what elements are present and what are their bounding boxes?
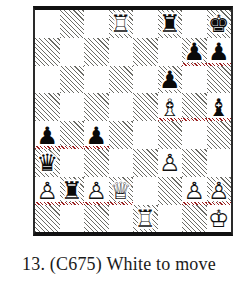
square-g1[interactable]	[182, 205, 207, 233]
square-a8[interactable]	[35, 10, 60, 38]
square-h5[interactable]: ♝	[207, 93, 232, 121]
piece-black-rook: ♜	[158, 10, 183, 38]
square-e6[interactable]	[133, 66, 158, 94]
square-f6[interactable]: ♟	[158, 66, 183, 94]
square-g3[interactable]	[182, 149, 207, 177]
square-c4[interactable]: ♟	[84, 121, 109, 149]
piece-black-king: ♚	[207, 10, 232, 38]
square-d1[interactable]	[109, 205, 134, 233]
square-h2[interactable]: ♟♙	[207, 177, 232, 205]
square-e5[interactable]	[133, 93, 158, 121]
square-d5[interactable]	[109, 93, 134, 121]
piece-black-queen: ♛	[35, 149, 60, 177]
square-d8[interactable]: ♜♖	[109, 10, 134, 38]
square-a1[interactable]	[35, 205, 60, 233]
piece-white-queen: ♕	[109, 177, 134, 205]
square-f2[interactable]	[158, 177, 183, 205]
square-g7[interactable]: ♟	[182, 38, 207, 66]
square-d6[interactable]	[109, 66, 134, 94]
chess-diagram-page: ♜♖♜♚♟♟♟♝♗♝♟♟♛♟♙♟♙♜♟♙♛♕♟♙♟♙♜♖♚♔ 13. (C675…	[0, 0, 238, 284]
square-b7[interactable]	[60, 38, 85, 66]
diagram-caption: 13. (C675) White to move	[0, 254, 238, 275]
piece-black-rook: ♜	[60, 177, 85, 205]
piece-black-pawn: ♟	[84, 121, 109, 149]
square-g4[interactable]	[182, 121, 207, 149]
piece-white-pawn: ♙	[35, 177, 60, 205]
piece-black-pawn: ♟	[158, 66, 183, 94]
square-a4[interactable]: ♟	[35, 121, 60, 149]
square-f8[interactable]: ♜	[158, 10, 183, 38]
square-f7[interactable]	[158, 38, 183, 66]
piece-white-rook: ♖	[133, 205, 158, 233]
piece-white-pawn: ♙	[182, 177, 207, 205]
square-g2[interactable]: ♟♙	[182, 177, 207, 205]
square-f4[interactable]	[158, 121, 183, 149]
square-b8[interactable]	[60, 10, 85, 38]
square-h6[interactable]	[207, 66, 232, 94]
square-g5[interactable]	[182, 93, 207, 121]
square-b1[interactable]	[60, 205, 85, 233]
square-f5[interactable]: ♝♗	[158, 93, 183, 121]
square-e3[interactable]	[133, 149, 158, 177]
chess-board-frame: ♜♖♜♚♟♟♟♝♗♝♟♟♛♟♙♟♙♜♟♙♛♕♟♙♟♙♜♖♚♔	[33, 6, 233, 236]
square-c2[interactable]: ♟♙	[84, 177, 109, 205]
square-b5[interactable]	[60, 93, 85, 121]
square-c1[interactable]	[84, 205, 109, 233]
square-b3[interactable]	[60, 149, 85, 177]
square-a6[interactable]	[35, 66, 60, 94]
square-a5[interactable]	[35, 93, 60, 121]
square-d4[interactable]	[109, 121, 134, 149]
piece-black-pawn: ♟	[35, 121, 60, 149]
square-c3[interactable]	[84, 149, 109, 177]
square-h8[interactable]: ♚	[207, 10, 232, 38]
square-h7[interactable]: ♟	[207, 38, 232, 66]
square-d3[interactable]	[109, 149, 134, 177]
square-c5[interactable]	[84, 93, 109, 121]
piece-white-king: ♔	[207, 205, 232, 233]
square-e2[interactable]	[133, 177, 158, 205]
square-c7[interactable]	[84, 38, 109, 66]
square-h4[interactable]	[207, 121, 232, 149]
square-b4[interactable]	[60, 121, 85, 149]
square-e7[interactable]	[133, 38, 158, 66]
chess-board: ♜♖♜♚♟♟♟♝♗♝♟♟♛♟♙♟♙♜♟♙♛♕♟♙♟♙♜♖♚♔	[35, 10, 231, 232]
piece-black-pawn: ♟	[207, 38, 232, 66]
piece-white-pawn: ♙	[84, 177, 109, 205]
square-f3[interactable]: ♟♙	[158, 149, 183, 177]
square-b2[interactable]: ♜	[60, 177, 85, 205]
square-d7[interactable]	[109, 38, 134, 66]
square-g8[interactable]	[182, 10, 207, 38]
square-c6[interactable]	[84, 66, 109, 94]
square-b6[interactable]	[60, 66, 85, 94]
piece-white-pawn: ♙	[207, 177, 232, 205]
square-e1[interactable]: ♜♖	[133, 205, 158, 233]
square-h1[interactable]: ♚♔	[207, 205, 232, 233]
piece-white-pawn: ♙	[158, 149, 183, 177]
square-e8[interactable]	[133, 10, 158, 38]
square-c8[interactable]	[84, 10, 109, 38]
square-a2[interactable]: ♟♙	[35, 177, 60, 205]
piece-white-bishop: ♗	[158, 93, 183, 121]
piece-black-pawn: ♟	[182, 38, 207, 66]
square-d2[interactable]: ♛♕	[109, 177, 134, 205]
piece-white-rook: ♖	[109, 10, 134, 38]
square-f1[interactable]	[158, 205, 183, 233]
square-h3[interactable]	[207, 149, 232, 177]
square-a7[interactable]	[35, 38, 60, 66]
square-e4[interactable]	[133, 121, 158, 149]
piece-black-bishop: ♝	[207, 93, 232, 121]
square-a3[interactable]: ♛	[35, 149, 60, 177]
square-g6[interactable]	[182, 66, 207, 94]
